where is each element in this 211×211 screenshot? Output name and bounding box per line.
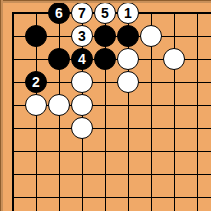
grid-line-vertical-9 [197, 12, 198, 211]
white-stone [117, 48, 139, 70]
white-stone-move-7: 7 [71, 2, 93, 24]
go-board: 6751342 [0, 0, 211, 211]
white-stone [140, 25, 162, 47]
black-stone [94, 25, 116, 47]
white-stone [71, 71, 93, 93]
black-stone-move-4: 4 [71, 48, 93, 70]
move-number: 2 [32, 75, 40, 89]
black-stone-move-6: 6 [48, 2, 70, 24]
grid-line-vertical-1 [12, 12, 14, 211]
board-frame-top-edge [0, 0, 211, 3]
black-stone-move-2: 2 [25, 71, 47, 93]
move-number: 4 [78, 52, 86, 66]
white-stone-move-1: 1 [117, 2, 139, 24]
grid-line-horizontal-9 [12, 197, 211, 198]
white-stone [48, 94, 70, 116]
white-stone-move-3: 3 [71, 25, 93, 47]
grid-line-horizontal-6 [12, 128, 211, 129]
white-stone [163, 48, 185, 70]
move-number: 5 [101, 6, 109, 20]
white-stone-move-5: 5 [94, 2, 116, 24]
white-stone [117, 71, 139, 93]
black-stone [25, 25, 47, 47]
move-number: 7 [78, 6, 86, 20]
white-stone [25, 94, 47, 116]
board-frame-left-edge [0, 0, 3, 211]
black-stone [117, 25, 139, 47]
grid-line-horizontal-7 [12, 151, 211, 152]
black-stone [48, 48, 70, 70]
move-number: 3 [78, 29, 86, 43]
white-stone [71, 94, 93, 116]
white-stone [71, 117, 93, 139]
black-stone [94, 48, 116, 70]
grid-line-vertical-8 [174, 12, 175, 211]
move-number: 6 [55, 6, 63, 20]
grid-line-horizontal-8 [12, 174, 211, 175]
move-number: 1 [124, 6, 132, 20]
